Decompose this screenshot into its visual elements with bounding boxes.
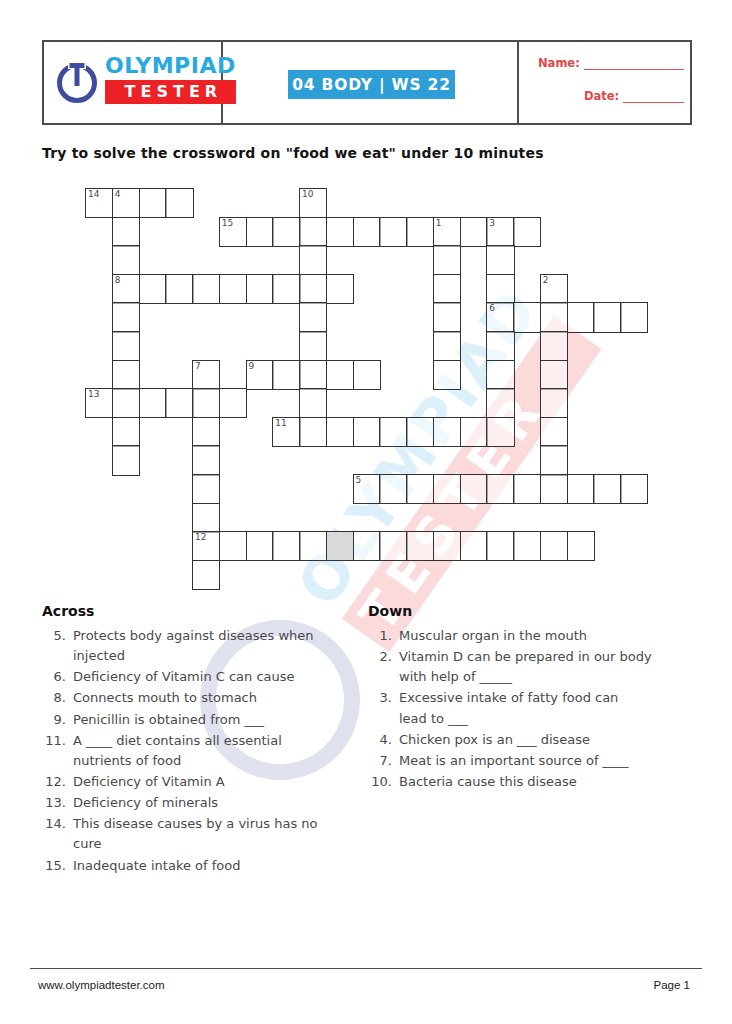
clue-number: 6.: [42, 667, 66, 687]
grid-cell[interactable]: [406, 474, 434, 504]
clue-text: Meat is an important source of ____: [399, 751, 629, 771]
grid-cell[interactable]: [460, 217, 488, 247]
grid-cell[interactable]: [299, 245, 327, 275]
grid-cell[interactable]: 2: [540, 274, 568, 304]
grid-cell[interactable]: [326, 217, 354, 247]
clue-item: 11.A ____ diet contains all essential nu…: [42, 731, 368, 771]
worksheet-title-badge: 04 BODY | WS 22: [288, 70, 455, 99]
cell-number: 10: [302, 190, 313, 199]
grid-cell[interactable]: [353, 217, 381, 247]
grid-cell[interactable]: [486, 531, 514, 561]
grid-cell[interactable]: [192, 474, 220, 504]
date-row: Date:: [538, 89, 684, 103]
grid-cell[interactable]: [567, 531, 595, 561]
clue-text: Excessive intake of fatty food can lead …: [399, 688, 618, 728]
grid-cell[interactable]: [299, 417, 327, 447]
grid-cell[interactable]: [246, 531, 274, 561]
grid-cell[interactable]: [192, 417, 220, 447]
grid-cell[interactable]: [112, 331, 140, 361]
grid-cell[interactable]: [433, 474, 461, 504]
cell-number: 2: [543, 276, 549, 285]
grid-cell[interactable]: [353, 360, 381, 390]
grid-cell[interactable]: [540, 417, 568, 447]
across-clue-list: 5.Protects body against diseases when in…: [42, 626, 368, 876]
grid-cell[interactable]: [513, 531, 541, 561]
cell-number: 9: [249, 362, 255, 371]
instruction-text: Try to solve the crossword on "food we e…: [42, 145, 544, 161]
grid-cell[interactable]: 10: [299, 188, 327, 218]
clue-number: 7.: [368, 751, 392, 771]
grid-cell[interactable]: 7: [192, 360, 220, 390]
grid-cell[interactable]: 14: [85, 188, 113, 218]
grid-cell[interactable]: [165, 388, 193, 418]
grid-cell[interactable]: 8: [112, 274, 140, 304]
down-clue-list: 1.Muscular organ in the mouth2.Vitamin D…: [368, 626, 704, 792]
footer-website: www.olympiadtester.com: [38, 979, 165, 991]
clue-item: 4.Chicken pox is an ___ disease: [368, 730, 704, 750]
clue-text: A ____ diet contains all essential nutri…: [73, 731, 282, 771]
clues-section: Across 5.Protects body against diseases …: [42, 603, 704, 877]
grid-cell[interactable]: [326, 274, 354, 304]
across-heading: Across: [42, 603, 368, 619]
grid-cell[interactable]: [486, 474, 514, 504]
clue-item: 6.Deficiency of Vitamin C can cause: [42, 667, 368, 687]
grid-cell[interactable]: 11: [272, 417, 300, 447]
grid-cell[interactable]: [540, 331, 568, 361]
grid-cell[interactable]: [540, 302, 568, 332]
grid-cell[interactable]: 5: [353, 474, 381, 504]
grid-cell[interactable]: [112, 245, 140, 275]
grid-cell[interactable]: [540, 360, 568, 390]
grid-cell[interactable]: [540, 531, 568, 561]
clue-text: Bacteria cause this disease: [399, 772, 577, 792]
grid-cell[interactable]: [299, 274, 327, 304]
clue-text: Vitamin D can be prepared in our body wi…: [399, 647, 652, 687]
cell-number: 6: [489, 304, 495, 313]
grid-cell[interactable]: [486, 245, 514, 275]
clue-number: 12.: [42, 772, 66, 792]
grid-cell[interactable]: [165, 188, 193, 218]
clue-number: 5.: [42, 626, 66, 666]
grid-cell[interactable]: [112, 445, 140, 475]
grid-cell[interactable]: [112, 302, 140, 332]
clue-text: Connects mouth to stomach: [73, 688, 257, 708]
grid-cell[interactable]: [379, 417, 407, 447]
clue-number: 10.: [368, 772, 392, 792]
grid-cell[interactable]: [246, 217, 274, 247]
clue-text: Deficiency of Vitamin A: [73, 772, 225, 792]
cell-number: 15: [222, 219, 233, 228]
grid-cell[interactable]: [433, 331, 461, 361]
grid-cell[interactable]: [540, 388, 568, 418]
grid-cell[interactable]: [353, 531, 381, 561]
cell-number: 5: [356, 476, 362, 485]
clue-item: 10.Bacteria cause this disease: [368, 772, 704, 792]
grid-cell[interactable]: [353, 417, 381, 447]
clue-item: 9.Penicillin is obtained from ___: [42, 710, 368, 730]
grid-cell[interactable]: [460, 417, 488, 447]
grid-cell[interactable]: [486, 388, 514, 418]
grid-cell[interactable]: [139, 388, 167, 418]
grid-cell[interactable]: [486, 417, 514, 447]
footer-divider: [30, 968, 702, 969]
grid-cell[interactable]: [433, 302, 461, 332]
grid-cell[interactable]: [540, 445, 568, 475]
grid-cell[interactable]: [433, 417, 461, 447]
clue-text: Penicillin is obtained from ___: [73, 710, 264, 730]
logo-tester-text: TESTER: [105, 80, 236, 104]
grid-cell[interactable]: [139, 274, 167, 304]
grid-cell[interactable]: [406, 417, 434, 447]
grid-cell[interactable]: 4: [112, 188, 140, 218]
grid-cell[interactable]: [486, 331, 514, 361]
grid-cell[interactable]: [192, 388, 220, 418]
grid-cell[interactable]: [272, 217, 300, 247]
grid-cell[interactable]: [486, 360, 514, 390]
grid-cell[interactable]: [299, 531, 327, 561]
grid-cell[interactable]: [192, 560, 220, 590]
grid-cell[interactable]: [513, 217, 541, 247]
grid-cell[interactable]: 1: [433, 217, 461, 247]
clue-item: 15.Inadequate intake of food: [42, 856, 368, 876]
clue-item: 7.Meat is an important source of ____: [368, 751, 704, 771]
grid-cell[interactable]: [112, 388, 140, 418]
grid-cell[interactable]: 6: [486, 302, 514, 332]
grid-cell[interactable]: [192, 503, 220, 533]
grid-cell[interactable]: [219, 388, 247, 418]
grid-cell[interactable]: [540, 474, 568, 504]
grid-cell[interactable]: [593, 474, 621, 504]
logo-olympiad-text: OLYMPIAD: [105, 55, 236, 77]
grid-cell[interactable]: [272, 360, 300, 390]
grid-cell[interactable]: [460, 531, 488, 561]
olympiad-tester-logo: OLYMPIAD TESTER: [57, 55, 236, 104]
grid-cell[interactable]: [192, 445, 220, 475]
clue-number: 1.: [368, 626, 392, 646]
crossword-grid: 144101513826791311512: [85, 188, 649, 592]
clue-number: 14.: [42, 814, 66, 854]
name-date-panel: Name: Date:: [538, 56, 684, 103]
grid-cell[interactable]: [192, 274, 220, 304]
down-heading: Down: [368, 603, 704, 619]
grid-cell[interactable]: [112, 360, 140, 390]
worksheet-page: OLYMPIAD TESTER OLYMPIAD TESTER 04 BODY …: [0, 0, 732, 1024]
clue-number: 15.: [42, 856, 66, 876]
clue-text: Protects body against diseases when inje…: [73, 626, 314, 666]
date-blank-line[interactable]: [623, 89, 684, 103]
grid-cell[interactable]: [433, 274, 461, 304]
grid-cell[interactable]: [272, 531, 300, 561]
cell-number: 3: [489, 219, 495, 228]
header-divider-right: [517, 42, 519, 123]
grid-cell[interactable]: 9: [246, 360, 274, 390]
grid-cell[interactable]: [620, 474, 648, 504]
grid-cell-shaded: [326, 531, 354, 561]
clue-text: Inadequate intake of food: [73, 856, 240, 876]
footer-page-number: Page 1: [654, 979, 690, 991]
grid-cell[interactable]: [567, 302, 595, 332]
grid-cell[interactable]: [460, 474, 488, 504]
grid-cell[interactable]: [513, 302, 541, 332]
grid-cell[interactable]: 3: [486, 217, 514, 247]
clue-text: Muscular organ in the mouth: [399, 626, 587, 646]
grid-cell[interactable]: 12: [192, 531, 220, 561]
grid-cell[interactable]: [299, 217, 327, 247]
logo-circle-t-icon: [57, 63, 97, 103]
grid-cell[interactable]: [219, 531, 247, 561]
grid-cell[interactable]: 15: [219, 217, 247, 247]
cell-number: 4: [115, 190, 121, 199]
clue-item: 14.This disease causes by a virus has no…: [42, 814, 368, 854]
grid-cell[interactable]: [379, 217, 407, 247]
grid-cell[interactable]: 13: [85, 388, 113, 418]
grid-cell[interactable]: [139, 188, 167, 218]
grid-cell[interactable]: [379, 474, 407, 504]
cell-number: 14: [88, 190, 99, 199]
across-clues-column: Across 5.Protects body against diseases …: [42, 603, 368, 877]
grid-cell[interactable]: [513, 474, 541, 504]
clue-item: 2.Vitamin D can be prepared in our body …: [368, 647, 704, 687]
clue-number: 8.: [42, 688, 66, 708]
clue-number: 4.: [368, 730, 392, 750]
grid-cell[interactable]: [299, 302, 327, 332]
cell-number: 8: [115, 276, 121, 285]
grid-cell[interactable]: [567, 474, 595, 504]
clue-number: 2.: [368, 647, 392, 687]
name-row: Name:: [538, 56, 684, 70]
clue-text: Chicken pox is an ___ disease: [399, 730, 590, 750]
cell-number: 7: [195, 362, 201, 371]
clue-text: Deficiency of Vitamin C can cause: [73, 667, 295, 687]
clue-item: 3.Excessive intake of fatty food can lea…: [368, 688, 704, 728]
grid-cell[interactable]: [219, 274, 247, 304]
down-clues-column: Down 1.Muscular organ in the mouth2.Vita…: [368, 603, 704, 877]
clue-number: 11.: [42, 731, 66, 771]
name-label: Name:: [538, 56, 580, 70]
grid-cell[interactable]: [433, 360, 461, 390]
name-blank-line[interactable]: [584, 56, 684, 70]
grid-cell[interactable]: [272, 274, 300, 304]
clue-item: 1.Muscular organ in the mouth: [368, 626, 704, 646]
grid-cell[interactable]: [620, 302, 648, 332]
clue-item: 5.Protects body against diseases when in…: [42, 626, 368, 666]
grid-cell[interactable]: [246, 274, 274, 304]
grid-cell[interactable]: [593, 302, 621, 332]
clue-item: 13.Deficiency of minerals: [42, 793, 368, 813]
clue-number: 3.: [368, 688, 392, 728]
grid-cell[interactable]: [299, 331, 327, 361]
date-label: Date:: [584, 89, 619, 103]
header-box: OLYMPIAD TESTER 04 BODY | WS 22 Name: Da…: [42, 40, 692, 125]
grid-cell[interactable]: [112, 217, 140, 247]
grid-cell[interactable]: [433, 245, 461, 275]
clue-text: Deficiency of minerals: [73, 793, 218, 813]
cell-number: 13: [88, 390, 99, 399]
cell-number: 12: [195, 533, 206, 542]
grid-cell[interactable]: [379, 531, 407, 561]
cell-number: 1: [436, 219, 442, 228]
grid-cell[interactable]: [326, 360, 354, 390]
clue-number: 9.: [42, 710, 66, 730]
grid-cell[interactable]: [326, 417, 354, 447]
grid-cell[interactable]: [112, 417, 140, 447]
clue-number: 13.: [42, 793, 66, 813]
grid-cell[interactable]: [299, 360, 327, 390]
grid-cell[interactable]: [433, 531, 461, 561]
clue-item: 12.Deficiency of Vitamin A: [42, 772, 368, 792]
grid-cell[interactable]: [406, 531, 434, 561]
cell-number: 11: [275, 419, 286, 428]
grid-cell[interactable]: [299, 388, 327, 418]
grid-cell[interactable]: [165, 274, 193, 304]
clue-item: 8.Connects mouth to stomach: [42, 688, 368, 708]
grid-cell[interactable]: [486, 274, 514, 304]
clue-text: This disease causes by a virus has no cu…: [73, 814, 318, 854]
grid-cell[interactable]: [406, 217, 434, 247]
